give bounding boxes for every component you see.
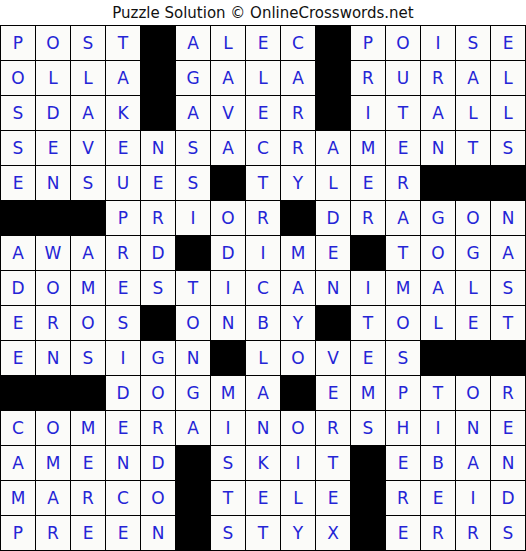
letter-cell: E: [351, 341, 385, 375]
letter-cell: N: [106, 446, 140, 480]
black-cell: [141, 96, 175, 130]
letter-cell: S: [71, 166, 105, 200]
letter-cell: U: [386, 61, 420, 95]
crossword-grid: POSTALECPOISEOLLAGALARURALSDAKAVERITALLS…: [0, 25, 526, 551]
letter-cell: T: [386, 236, 420, 270]
black-cell: [316, 96, 350, 130]
letter-cell: N: [141, 131, 175, 165]
letter-cell: O: [36, 271, 70, 305]
letter-cell: E: [351, 166, 385, 200]
letter-cell: A: [1, 236, 35, 270]
letter-cell: G: [141, 341, 175, 375]
letter-cell: D: [491, 481, 525, 515]
letter-cell: L: [211, 26, 245, 60]
letter-cell: N: [456, 411, 490, 445]
letter-cell: M: [71, 271, 105, 305]
letter-cell: R: [141, 411, 175, 445]
letter-cell: N: [211, 306, 245, 340]
letter-cell: I: [421, 26, 455, 60]
letter-cell: O: [281, 411, 315, 445]
letter-cell: T: [351, 306, 385, 340]
letter-cell: N: [316, 271, 350, 305]
black-cell: [71, 201, 105, 235]
letter-cell: O: [36, 411, 70, 445]
black-cell: [491, 341, 525, 375]
letter-cell: R: [281, 96, 315, 130]
black-cell: [176, 236, 210, 270]
black-cell: [36, 201, 70, 235]
letter-cell: V: [71, 131, 105, 165]
black-cell: [211, 166, 245, 200]
letter-cell: R: [351, 201, 385, 235]
letter-cell: R: [71, 481, 105, 515]
letter-cell: A: [176, 96, 210, 130]
page-title: Puzzle Solution © OnlineCrosswords.net: [0, 0, 526, 25]
black-cell: [351, 236, 385, 270]
letter-cell: T: [176, 271, 210, 305]
letter-cell: O: [421, 236, 455, 270]
letter-cell: L: [246, 341, 280, 375]
letter-cell: I: [281, 446, 315, 480]
letter-cell: A: [211, 131, 245, 165]
letter-cell: A: [491, 236, 525, 270]
letter-cell: C: [281, 26, 315, 60]
letter-cell: A: [1, 446, 35, 480]
letter-cell: S: [386, 341, 420, 375]
letter-cell: S: [491, 271, 525, 305]
black-cell: [36, 376, 70, 410]
letter-cell: L: [71, 61, 105, 95]
letter-cell: B: [246, 306, 280, 340]
letter-cell: A: [456, 446, 490, 480]
letter-cell: R: [316, 411, 350, 445]
letter-cell: G: [421, 201, 455, 235]
black-cell: [351, 446, 385, 480]
letter-cell: M: [71, 411, 105, 445]
letter-cell: S: [1, 96, 35, 130]
letter-cell: L: [456, 96, 490, 130]
letter-cell: G: [176, 376, 210, 410]
letter-cell: M: [1, 481, 35, 515]
letter-cell: E: [316, 236, 350, 270]
letter-cell: K: [106, 96, 140, 130]
letter-cell: N: [36, 341, 70, 375]
letter-cell: E: [1, 306, 35, 340]
letter-cell: E: [491, 26, 525, 60]
letter-cell: S: [491, 131, 525, 165]
letter-cell: E: [316, 376, 350, 410]
letter-cell: S: [106, 306, 140, 340]
letter-cell: V: [316, 341, 350, 375]
letter-cell: E: [316, 481, 350, 515]
letter-cell: A: [36, 481, 70, 515]
letter-cell: S: [141, 271, 175, 305]
letter-cell: A: [176, 411, 210, 445]
letter-cell: S: [1, 131, 35, 165]
black-cell: [351, 516, 385, 550]
letter-cell: B: [421, 446, 455, 480]
letter-cell: O: [141, 481, 175, 515]
letter-cell: M: [211, 376, 245, 410]
letter-cell: D: [1, 271, 35, 305]
letter-cell: O: [1, 61, 35, 95]
letter-cell: T: [246, 516, 280, 550]
letter-cell: S: [176, 131, 210, 165]
puzzle-solution-page: Puzzle Solution © OnlineCrosswords.net P…: [0, 0, 526, 551]
letter-cell: T: [316, 446, 350, 480]
letter-cell: I: [211, 271, 245, 305]
letter-cell: I: [176, 201, 210, 235]
letter-cell: O: [386, 26, 420, 60]
letter-cell: A: [176, 26, 210, 60]
letter-cell: S: [176, 166, 210, 200]
black-cell: [141, 306, 175, 340]
letter-cell: R: [141, 201, 175, 235]
letter-cell: A: [421, 271, 455, 305]
black-cell: [141, 61, 175, 95]
letter-cell: E: [246, 481, 280, 515]
letter-cell: N: [246, 411, 280, 445]
letter-cell: R: [421, 61, 455, 95]
letter-cell: Y: [281, 166, 315, 200]
letter-cell: D: [141, 446, 175, 480]
letter-cell: O: [141, 376, 175, 410]
letter-cell: R: [386, 481, 420, 515]
letter-cell: E: [386, 516, 420, 550]
letter-cell: A: [71, 96, 105, 130]
black-cell: [211, 341, 245, 375]
letter-cell: G: [176, 61, 210, 95]
black-cell: [176, 481, 210, 515]
letter-cell: R: [36, 306, 70, 340]
letter-cell: S: [211, 446, 245, 480]
letter-cell: S: [351, 411, 385, 445]
letter-cell: T: [386, 96, 420, 130]
letter-cell: A: [71, 236, 105, 270]
black-cell: [281, 201, 315, 235]
letter-cell: I: [106, 341, 140, 375]
letter-cell: A: [281, 271, 315, 305]
letter-cell: A: [106, 61, 140, 95]
letter-cell: A: [246, 376, 280, 410]
letter-cell: M: [351, 376, 385, 410]
letter-cell: N: [421, 131, 455, 165]
letter-cell: E: [1, 166, 35, 200]
letter-cell: I: [456, 481, 490, 515]
letter-cell: A: [316, 131, 350, 165]
letter-cell: S: [456, 26, 490, 60]
letter-cell: D: [141, 236, 175, 270]
letter-cell: A: [211, 61, 245, 95]
black-cell: [491, 166, 525, 200]
letter-cell: L: [36, 61, 70, 95]
letter-cell: X: [316, 516, 350, 550]
letter-cell: K: [246, 446, 280, 480]
letter-cell: O: [36, 26, 70, 60]
letter-cell: T: [421, 376, 455, 410]
letter-cell: O: [386, 306, 420, 340]
black-cell: [1, 201, 35, 235]
letter-cell: T: [491, 306, 525, 340]
letter-cell: A: [386, 201, 420, 235]
letter-cell: E: [456, 306, 490, 340]
letter-cell: R: [386, 166, 420, 200]
letter-cell: P: [386, 376, 420, 410]
letter-cell: M: [386, 271, 420, 305]
black-cell: [316, 306, 350, 340]
letter-cell: T: [456, 131, 490, 165]
black-cell: [1, 376, 35, 410]
black-cell: [351, 481, 385, 515]
letter-cell: P: [106, 201, 140, 235]
letter-cell: C: [1, 411, 35, 445]
letter-cell: E: [106, 131, 140, 165]
letter-cell: S: [71, 341, 105, 375]
black-cell: [456, 341, 490, 375]
letter-cell: E: [421, 481, 455, 515]
letter-cell: T: [246, 166, 280, 200]
letter-cell: H: [386, 411, 420, 445]
letter-cell: I: [211, 411, 245, 445]
letter-cell: E: [106, 516, 140, 550]
letter-cell: N: [141, 516, 175, 550]
letter-cell: V: [211, 96, 245, 130]
letter-cell: S: [71, 26, 105, 60]
letter-cell: E: [491, 411, 525, 445]
letter-cell: C: [106, 481, 140, 515]
letter-cell: N: [176, 341, 210, 375]
letter-cell: O: [176, 306, 210, 340]
letter-cell: S: [491, 516, 525, 550]
letter-cell: G: [456, 236, 490, 270]
black-cell: [281, 376, 315, 410]
letter-cell: E: [1, 341, 35, 375]
letter-cell: A: [281, 61, 315, 95]
letter-cell: L: [316, 166, 350, 200]
letter-cell: M: [36, 446, 70, 480]
letter-cell: D: [211, 236, 245, 270]
letter-cell: O: [456, 376, 490, 410]
letter-cell: U: [106, 166, 140, 200]
black-cell: [176, 446, 210, 480]
letter-cell: E: [36, 131, 70, 165]
letter-cell: N: [36, 166, 70, 200]
letter-cell: W: [36, 236, 70, 270]
letter-cell: O: [281, 341, 315, 375]
letter-cell: P: [351, 26, 385, 60]
letter-cell: P: [1, 516, 35, 550]
letter-cell: T: [211, 481, 245, 515]
letter-cell: E: [246, 26, 280, 60]
letter-cell: R: [491, 376, 525, 410]
letter-cell: I: [421, 411, 455, 445]
letter-cell: I: [351, 96, 385, 130]
black-cell: [456, 166, 490, 200]
letter-cell: L: [456, 271, 490, 305]
letter-cell: S: [211, 516, 245, 550]
black-cell: [421, 341, 455, 375]
letter-cell: R: [421, 516, 455, 550]
letter-cell: E: [106, 271, 140, 305]
letter-cell: C: [246, 131, 280, 165]
letter-cell: D: [316, 201, 350, 235]
letter-cell: E: [246, 96, 280, 130]
letter-cell: R: [351, 61, 385, 95]
letter-cell: I: [246, 236, 280, 270]
letter-cell: R: [456, 516, 490, 550]
letter-cell: E: [106, 411, 140, 445]
letter-cell: O: [71, 306, 105, 340]
black-cell: [316, 61, 350, 95]
black-cell: [176, 516, 210, 550]
letter-cell: E: [386, 131, 420, 165]
letter-cell: O: [456, 201, 490, 235]
letter-cell: M: [281, 236, 315, 270]
letter-cell: D: [36, 96, 70, 130]
letter-cell: E: [71, 446, 105, 480]
letter-cell: N: [491, 446, 525, 480]
black-cell: [141, 26, 175, 60]
letter-cell: L: [281, 481, 315, 515]
letter-cell: T: [106, 26, 140, 60]
letter-cell: D: [106, 376, 140, 410]
letter-cell: E: [71, 516, 105, 550]
letter-cell: P: [1, 26, 35, 60]
black-cell: [421, 166, 455, 200]
letter-cell: Y: [281, 306, 315, 340]
letter-cell: E: [141, 166, 175, 200]
letter-cell: R: [281, 131, 315, 165]
black-cell: [71, 376, 105, 410]
letter-cell: L: [491, 61, 525, 95]
black-cell: [316, 26, 350, 60]
letter-cell: L: [246, 61, 280, 95]
letter-cell: N: [491, 201, 525, 235]
letter-cell: E: [386, 446, 420, 480]
letter-cell: O: [211, 201, 245, 235]
letter-cell: Y: [281, 516, 315, 550]
letter-cell: R: [106, 236, 140, 270]
letter-cell: M: [351, 131, 385, 165]
letter-cell: L: [491, 96, 525, 130]
letter-cell: C: [246, 271, 280, 305]
letter-cell: A: [421, 96, 455, 130]
letter-cell: L: [421, 306, 455, 340]
letter-cell: I: [351, 271, 385, 305]
letter-cell: R: [36, 516, 70, 550]
letter-cell: A: [456, 61, 490, 95]
letter-cell: R: [246, 201, 280, 235]
